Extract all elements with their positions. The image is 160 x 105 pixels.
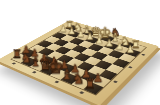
piece-dark-rook: ♜ [73, 78, 107, 91]
hinge-dot [128, 66, 132, 68]
board-3d: ♜♞♝♛♚♝♞♜♟♟♟♟♟♟♟♟♟♟♟♟♟♟♟♟♜♞♝♛♚♝♞♜ ♞ [0, 20, 159, 105]
square-h8: ♜ [83, 82, 103, 94]
chess-set-photo: ♜♞♝♛♚♝♞♜♟♟♟♟♟♟♟♟♟♟♟♟♟♟♟♟♜♞♝♛♚♝♞♜ ♞ [0, 0, 160, 105]
hinge-dot [80, 91, 85, 94]
chess-board: ♜♞♝♛♚♝♞♜♟♟♟♟♟♟♟♟♟♟♟♟♟♟♟♟♜♞♝♛♚♝♞♜ ♞ [0, 20, 159, 105]
board-squares: ♜♞♝♛♚♝♞♜♟♟♟♟♟♟♟♟♟♟♟♟♟♟♟♟♜♞♝♛♚♝♞♜ [12, 25, 146, 94]
piece-light-pawn: ♟ [116, 45, 144, 55]
